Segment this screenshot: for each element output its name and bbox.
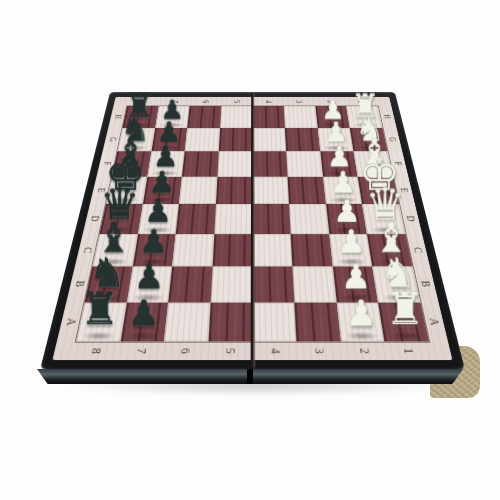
square-b6 xyxy=(169,266,213,302)
square-c3 xyxy=(291,234,333,267)
square-d3 xyxy=(289,204,329,234)
square-g5 xyxy=(219,128,253,151)
piece-black-pawn: ♟ xyxy=(134,261,164,292)
piece-white-rook: ♜ xyxy=(385,290,424,330)
square-g4 xyxy=(253,128,287,151)
piece-black-pawn: ♟ xyxy=(139,227,168,257)
chess-board: ♜♟♟♜♞♟♟♞♝♟♟♝♚♟♟♚♛♟♟♛♝♟♟♝♞♟♟♞♜♟♟♜ 8765432… xyxy=(40,92,465,370)
square-b3 xyxy=(293,266,337,302)
far-edge-rank-numbers-label: 5 xyxy=(230,91,244,112)
far-edge-rank-numbers-label: 6 xyxy=(198,91,213,112)
square-g6 xyxy=(185,128,220,151)
square-e5 xyxy=(216,176,253,203)
square-g3 xyxy=(285,128,320,151)
piece-black-pawn: ♟ xyxy=(144,197,172,225)
piece-white-pawn: ♟ xyxy=(337,227,366,257)
square-b5 xyxy=(211,266,253,302)
square-f5 xyxy=(217,151,252,176)
square-d4 xyxy=(253,204,291,234)
board-frame-front-face xyxy=(37,369,463,384)
square-e6 xyxy=(179,176,217,203)
board-frame: ♜♟♟♜♞♟♟♞♝♟♟♝♚♟♟♚♛♟♟♛♝♟♟♝♞♟♟♞♜♟♟♜ 8765432… xyxy=(40,92,465,370)
square-e3 xyxy=(288,176,326,203)
hinge-fold-line xyxy=(250,94,255,368)
square-c4 xyxy=(253,234,293,267)
square-b4 xyxy=(253,266,295,302)
square-c6 xyxy=(172,234,214,267)
far-edge-rank-numbers-label: 4 xyxy=(261,91,275,112)
square-f6 xyxy=(182,151,219,176)
square-e4 xyxy=(253,176,290,203)
piece-black-rook: ♜ xyxy=(81,290,120,330)
square-f4 xyxy=(253,151,288,176)
piece-white-pawn: ♟ xyxy=(345,297,377,330)
far-edge-rank-numbers-label: 3 xyxy=(292,91,307,112)
piece-black-pawn: ♟ xyxy=(128,297,160,330)
square-c5 xyxy=(212,234,252,267)
board-scene: ♜♟♟♜♞♟♟♞♝♟♟♝♚♟♟♚♛♟♟♛♝♟♟♝♞♟♟♞♜♟♟♜ 8765432… xyxy=(82,33,423,374)
square-f3 xyxy=(286,151,323,176)
chess-set-photo: ♜♟♟♜♞♟♟♞♝♟♟♝♚♟♟♚♛♟♟♛♝♟♟♝♞♟♟♞♜♟♟♜ 8765432… xyxy=(0,0,500,500)
square-d6 xyxy=(176,204,216,234)
piece-white-pawn: ♟ xyxy=(341,261,371,292)
piece-white-pawn: ♟ xyxy=(333,197,361,225)
square-d5 xyxy=(214,204,252,234)
